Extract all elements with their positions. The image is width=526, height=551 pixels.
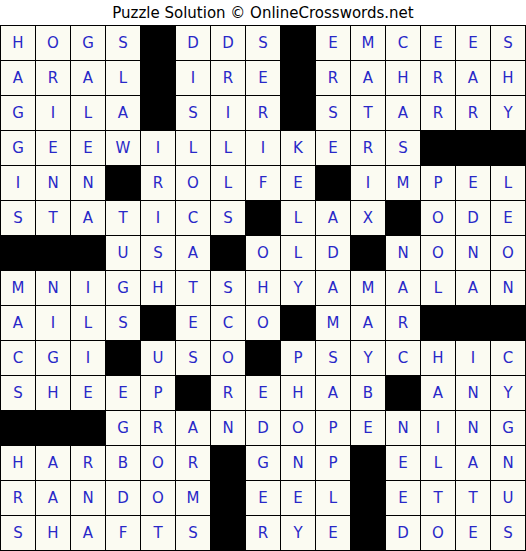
letter-cell: S: [1, 201, 36, 236]
letter-cell: A: [456, 271, 491, 306]
letter-cell: G: [1, 131, 36, 166]
letter-cell: L: [71, 306, 106, 341]
letter-cell: H: [246, 271, 281, 306]
letter-cell: F: [246, 166, 281, 201]
letter-cell: C: [491, 341, 526, 376]
letter-cell: T: [351, 96, 386, 131]
black-cell: [141, 306, 176, 341]
letter-cell: I: [351, 166, 386, 201]
letter-cell: U: [141, 341, 176, 376]
letter-cell: S: [491, 516, 526, 551]
letter-cell: D: [176, 26, 211, 61]
letter-cell: E: [316, 131, 351, 166]
letter-cell: A: [1, 61, 36, 96]
letter-cell: N: [386, 411, 421, 446]
letter-cell: C: [176, 201, 211, 236]
letter-cell: I: [211, 96, 246, 131]
letter-cell: N: [71, 481, 106, 516]
letter-cell: E: [491, 201, 526, 236]
letter-cell: R: [456, 96, 491, 131]
letter-cell: O: [281, 411, 316, 446]
letter-cell: H: [386, 61, 421, 96]
letter-cell: S: [316, 96, 351, 131]
letter-cell: H: [36, 516, 71, 551]
letter-cell: E: [71, 376, 106, 411]
letter-cell: L: [281, 201, 316, 236]
letter-cell: R: [141, 166, 176, 201]
letter-cell: R: [71, 446, 106, 481]
letter-cell: R: [316, 61, 351, 96]
letter-cell: W: [106, 131, 141, 166]
letter-cell: S: [316, 341, 351, 376]
letter-cell: N: [491, 446, 526, 481]
black-cell: [281, 61, 316, 96]
black-cell: [281, 306, 316, 341]
letter-cell: O: [176, 166, 211, 201]
letter-cell: A: [351, 61, 386, 96]
letter-cell: L: [71, 96, 106, 131]
letter-cell: D: [386, 516, 421, 551]
letter-cell: E: [456, 516, 491, 551]
letter-cell: M: [1, 271, 36, 306]
letter-cell: E: [281, 166, 316, 201]
black-cell: [351, 516, 386, 551]
letter-cell: P: [421, 166, 456, 201]
letter-cell: O: [421, 236, 456, 271]
letter-cell: A: [316, 271, 351, 306]
letter-cell: I: [71, 271, 106, 306]
black-cell: [106, 341, 141, 376]
letter-cell: S: [141, 236, 176, 271]
letter-cell: T: [421, 481, 456, 516]
letter-cell: H: [141, 271, 176, 306]
letter-cell: O: [141, 446, 176, 481]
letter-cell: R: [141, 411, 176, 446]
letter-cell: P: [316, 446, 351, 481]
letter-cell: A: [71, 201, 106, 236]
letter-cell: L: [421, 271, 456, 306]
letter-cell: T: [106, 201, 141, 236]
letter-cell: S: [176, 96, 211, 131]
letter-cell: E: [281, 481, 316, 516]
letter-cell: I: [456, 341, 491, 376]
black-cell: [211, 481, 246, 516]
letter-cell: M: [351, 271, 386, 306]
letter-cell: E: [106, 376, 141, 411]
letter-cell: A: [456, 446, 491, 481]
letter-cell: S: [106, 306, 141, 341]
letter-cell: D: [211, 26, 246, 61]
letter-cell: B: [351, 376, 386, 411]
black-cell: [106, 166, 141, 201]
letter-cell: D: [246, 411, 281, 446]
black-cell: [211, 236, 246, 271]
letter-cell: A: [71, 516, 106, 551]
black-cell: [36, 236, 71, 271]
black-cell: [491, 131, 526, 166]
letter-cell: A: [71, 61, 106, 96]
letter-cell: F: [106, 516, 141, 551]
letter-cell: S: [211, 271, 246, 306]
black-cell: [211, 446, 246, 481]
letter-cell: N: [281, 446, 316, 481]
puzzle-solution-page: Puzzle Solution © OnlineCrosswords.net H…: [0, 0, 526, 551]
letter-cell: A: [176, 411, 211, 446]
black-cell: [246, 201, 281, 236]
letter-cell: L: [176, 131, 211, 166]
letter-cell: H: [421, 341, 456, 376]
letter-cell: A: [106, 96, 141, 131]
black-cell: [386, 376, 421, 411]
black-cell: [71, 236, 106, 271]
letter-cell: L: [211, 131, 246, 166]
letter-cell: G: [1, 96, 36, 131]
letter-cell: N: [36, 271, 71, 306]
letter-cell: M: [316, 306, 351, 341]
letter-cell: H: [491, 61, 526, 96]
letter-cell: B: [106, 446, 141, 481]
letter-cell: M: [176, 481, 211, 516]
black-cell: [351, 236, 386, 271]
letter-cell: Y: [491, 376, 526, 411]
letter-cell: T: [456, 481, 491, 516]
letter-cell: I: [176, 61, 211, 96]
black-cell: [176, 376, 211, 411]
letter-cell: A: [456, 61, 491, 96]
letter-cell: D: [106, 481, 141, 516]
letter-cell: H: [1, 26, 36, 61]
letter-cell: M: [386, 166, 421, 201]
letter-cell: K: [281, 131, 316, 166]
letter-cell: X: [351, 201, 386, 236]
letter-cell: A: [1, 306, 36, 341]
letter-cell: O: [491, 236, 526, 271]
black-cell: [141, 96, 176, 131]
letter-cell: A: [36, 446, 71, 481]
letter-cell: N: [456, 411, 491, 446]
letter-cell: A: [316, 201, 351, 236]
letter-cell: R: [1, 481, 36, 516]
black-cell: [281, 96, 316, 131]
letter-cell: Y: [351, 341, 386, 376]
letter-cell: R: [36, 61, 71, 96]
letter-cell: O: [141, 481, 176, 516]
letter-cell: E: [176, 306, 211, 341]
letter-cell: T: [36, 201, 71, 236]
letter-cell: P: [316, 411, 351, 446]
letter-cell: P: [281, 341, 316, 376]
letter-cell: L: [211, 166, 246, 201]
letter-cell: A: [386, 96, 421, 131]
letter-cell: E: [386, 446, 421, 481]
letter-cell: R: [211, 376, 246, 411]
black-cell: [246, 341, 281, 376]
letter-cell: Y: [281, 516, 316, 551]
letter-cell: R: [246, 96, 281, 131]
letter-cell: N: [456, 236, 491, 271]
black-cell: [211, 516, 246, 551]
letter-cell: R: [421, 96, 456, 131]
black-cell: [281, 26, 316, 61]
letter-cell: L: [491, 166, 526, 201]
letter-cell: E: [246, 481, 281, 516]
letter-cell: Y: [491, 96, 526, 131]
letter-cell: L: [421, 446, 456, 481]
letter-cell: N: [36, 166, 71, 201]
letter-cell: H: [1, 446, 36, 481]
black-cell: [386, 201, 421, 236]
black-cell: [141, 26, 176, 61]
letter-cell: E: [386, 481, 421, 516]
black-cell: [1, 411, 36, 446]
letter-cell: I: [421, 411, 456, 446]
page-title: Puzzle Solution © OnlineCrosswords.net: [0, 0, 526, 25]
black-cell: [421, 131, 456, 166]
letter-cell: E: [456, 26, 491, 61]
letter-cell: I: [1, 166, 36, 201]
letter-cell: R: [351, 131, 386, 166]
letter-cell: G: [36, 341, 71, 376]
black-cell: [456, 306, 491, 341]
letter-cell: A: [421, 376, 456, 411]
letter-cell: S: [106, 26, 141, 61]
letter-cell: T: [141, 516, 176, 551]
letter-cell: R: [386, 306, 421, 341]
letter-cell: E: [36, 131, 71, 166]
letter-cell: I: [246, 131, 281, 166]
letter-cell: N: [456, 376, 491, 411]
black-cell: [351, 481, 386, 516]
letter-cell: C: [1, 341, 36, 376]
letter-cell: G: [246, 446, 281, 481]
crossword-grid: HOGSDDSEMCEESARALIRERAHRAHGILASIRSTARRYG…: [0, 25, 526, 551]
letter-cell: S: [211, 201, 246, 236]
letter-cell: E: [316, 516, 351, 551]
letter-cell: A: [351, 306, 386, 341]
letter-cell: I: [71, 341, 106, 376]
black-cell: [36, 411, 71, 446]
letter-cell: G: [71, 26, 106, 61]
letter-cell: S: [1, 516, 36, 551]
letter-cell: R: [211, 61, 246, 96]
letter-cell: N: [386, 236, 421, 271]
letter-cell: S: [1, 376, 36, 411]
letter-cell: G: [491, 411, 526, 446]
letter-cell: I: [141, 201, 176, 236]
letter-cell: E: [246, 376, 281, 411]
letter-cell: A: [176, 236, 211, 271]
letter-cell: S: [176, 516, 211, 551]
letter-cell: U: [106, 236, 141, 271]
letter-cell: G: [106, 411, 141, 446]
black-cell: [351, 446, 386, 481]
letter-cell: E: [316, 26, 351, 61]
letter-cell: P: [141, 376, 176, 411]
letter-cell: O: [246, 306, 281, 341]
letter-cell: R: [421, 61, 456, 96]
letter-cell: A: [36, 481, 71, 516]
letter-cell: S: [176, 341, 211, 376]
letter-cell: O: [421, 201, 456, 236]
letter-cell: L: [106, 61, 141, 96]
black-cell: [141, 61, 176, 96]
letter-cell: O: [36, 26, 71, 61]
letter-cell: U: [491, 481, 526, 516]
letter-cell: C: [386, 341, 421, 376]
letter-cell: M: [351, 26, 386, 61]
letter-cell: I: [36, 306, 71, 341]
letter-cell: I: [141, 131, 176, 166]
letter-cell: H: [281, 376, 316, 411]
black-cell: [1, 236, 36, 271]
letter-cell: N: [71, 166, 106, 201]
letter-cell: O: [211, 341, 246, 376]
letter-cell: E: [421, 26, 456, 61]
letter-cell: O: [421, 516, 456, 551]
letter-cell: T: [176, 271, 211, 306]
letter-cell: D: [316, 236, 351, 271]
letter-cell: N: [211, 411, 246, 446]
letter-cell: A: [386, 271, 421, 306]
letter-cell: L: [316, 481, 351, 516]
letter-cell: O: [246, 236, 281, 271]
letter-cell: E: [71, 131, 106, 166]
letter-cell: R: [176, 446, 211, 481]
letter-cell: D: [456, 201, 491, 236]
letter-cell: Y: [281, 271, 316, 306]
letter-cell: A: [316, 376, 351, 411]
black-cell: [316, 166, 351, 201]
black-cell: [421, 306, 456, 341]
letter-cell: S: [246, 26, 281, 61]
letter-cell: E: [351, 411, 386, 446]
letter-cell: N: [491, 271, 526, 306]
letter-cell: L: [281, 236, 316, 271]
letter-cell: C: [211, 306, 246, 341]
letter-cell: R: [246, 516, 281, 551]
black-cell: [491, 306, 526, 341]
letter-cell: E: [456, 166, 491, 201]
letter-cell: E: [246, 61, 281, 96]
black-cell: [71, 411, 106, 446]
letter-cell: H: [36, 376, 71, 411]
letter-cell: S: [491, 26, 526, 61]
letter-cell: C: [386, 26, 421, 61]
letter-cell: G: [106, 271, 141, 306]
letter-cell: S: [386, 131, 421, 166]
black-cell: [456, 131, 491, 166]
letter-cell: I: [36, 96, 71, 131]
